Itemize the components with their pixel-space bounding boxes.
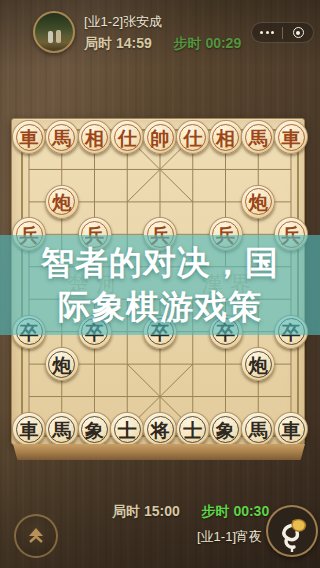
top-player-bar: [业1-2]张安成 局时 14:59 步时 00:29	[0, 0, 320, 60]
piece-black-士[interactable]: 士	[110, 412, 144, 446]
piece-black-士[interactable]: 士	[176, 412, 210, 446]
move-time-label: 步时	[173, 35, 201, 51]
miniprogram-capsule	[251, 22, 314, 43]
game-time-value: 14:59	[116, 35, 152, 51]
piece-black-車[interactable]: 車	[274, 412, 308, 446]
piece-red-仕[interactable]: 仕	[176, 120, 210, 154]
piece-black-将[interactable]: 将	[143, 412, 177, 446]
piece-red-馬[interactable]: 馬	[45, 120, 79, 154]
player-avatar	[266, 505, 318, 557]
piece-black-象[interactable]: 象	[209, 412, 243, 446]
piece-black-馬[interactable]: 馬	[45, 412, 79, 446]
avatar-photo-figure	[56, 30, 61, 43]
player-name: [业1-1]宵夜	[197, 528, 262, 546]
xiangqi-game-screen: [业1-2]张安成 局时 14:59 步时 00:29 楚河 漢界	[0, 0, 320, 568]
piece-red-仕[interactable]: 仕	[110, 120, 144, 154]
move-time-value: 00:30	[233, 503, 269, 519]
game-time-label: 局时	[112, 503, 140, 519]
piece-black-象[interactable]: 象	[78, 412, 112, 446]
banner-text-line2: 际象棋游戏策	[58, 286, 262, 328]
player-clocks: 局时 15:00 步时 00:30	[112, 503, 269, 521]
piece-red-炮[interactable]: 炮	[45, 185, 79, 219]
move-time-value: 00:29	[205, 35, 241, 51]
piece-red-相[interactable]: 相	[78, 120, 112, 154]
piece-red-車[interactable]: 車	[12, 120, 46, 154]
opponent-clocks: 局时 14:59 步时 00:29	[84, 35, 241, 53]
bottom-player-bar: 局时 15:00 步时 00:30 [业1-1]宵夜	[0, 495, 320, 568]
piece-red-帥[interactable]: 帥	[143, 120, 177, 154]
expand-menu-button[interactable]	[14, 514, 58, 558]
target-circle-icon	[293, 27, 304, 38]
more-menu-button[interactable]	[252, 23, 282, 42]
piece-black-馬[interactable]: 馬	[241, 412, 275, 446]
game-time-label: 局时	[84, 35, 112, 51]
game-time-value: 15:00	[144, 503, 180, 519]
piece-black-炮[interactable]: 炮	[45, 347, 79, 381]
board-front-bevel	[13, 444, 305, 460]
more-dots-icon	[260, 31, 274, 34]
opponent-name: [业1-2]张安成	[84, 13, 162, 31]
banner-text-line1: 智者的对决，国	[41, 242, 279, 284]
piece-black-炮[interactable]: 炮	[241, 347, 275, 381]
piece-red-炮[interactable]: 炮	[241, 185, 275, 219]
chevron-up-icon	[25, 525, 47, 547]
piece-red-車[interactable]: 車	[274, 120, 308, 154]
exit-button[interactable]	[283, 23, 313, 42]
opponent-avatar	[33, 11, 75, 53]
piece-black-車[interactable]: 車	[12, 412, 46, 446]
avatar-photo-figure	[48, 31, 53, 43]
pelican-illustration	[268, 507, 316, 555]
piece-red-馬[interactable]: 馬	[241, 120, 275, 154]
move-time-label: 步时	[201, 503, 229, 519]
banner-overlay: 智者的对决，国 际象棋游戏策	[0, 235, 320, 335]
piece-red-相[interactable]: 相	[209, 120, 243, 154]
